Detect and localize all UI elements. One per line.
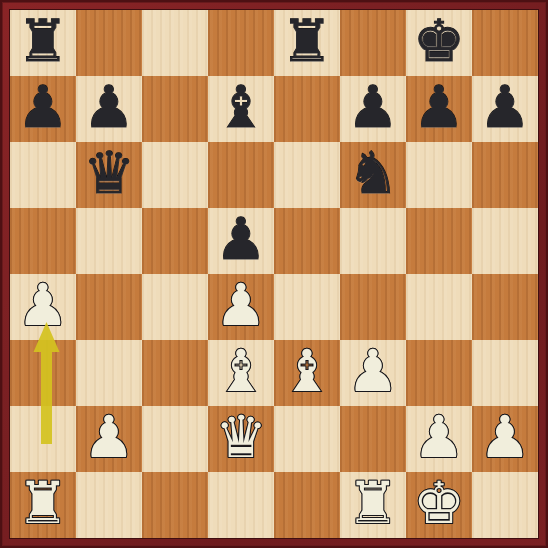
square-b5[interactable] [76,208,142,274]
square-f2[interactable] [340,406,406,472]
square-g5[interactable] [406,208,472,274]
white-king-g1: ♚ [413,474,465,532]
square-d8[interactable] [208,10,274,76]
square-g4[interactable] [406,274,472,340]
white-queen-d2: ♛ [215,408,267,466]
square-h3[interactable] [472,340,538,406]
square-e1[interactable] [274,472,340,538]
square-b8[interactable] [76,10,142,76]
black-king-g8: ♚ [413,12,465,70]
square-d5[interactable]: ♟ [208,208,274,274]
white-bishop-d3: ♝ [215,342,267,400]
square-a5[interactable] [10,208,76,274]
square-a7[interactable]: ♟ [10,76,76,142]
black-pawn-a7: ♟ [17,78,69,136]
square-b3[interactable] [76,340,142,406]
square-h2[interactable]: ♟ [472,406,538,472]
square-e7[interactable] [274,76,340,142]
square-d6[interactable] [208,142,274,208]
square-c4[interactable] [142,274,208,340]
square-e3[interactable]: ♝ [274,340,340,406]
square-e8[interactable]: ♜ [274,10,340,76]
square-a8[interactable]: ♜ [10,10,76,76]
square-g2[interactable]: ♟ [406,406,472,472]
square-h1[interactable] [472,472,538,538]
white-pawn-f3: ♟ [347,342,399,400]
square-h5[interactable] [472,208,538,274]
square-d1[interactable] [208,472,274,538]
white-bishop-e3: ♝ [281,342,333,400]
white-rook-a1: ♜ [17,474,69,532]
square-f8[interactable] [340,10,406,76]
black-bishop-d7: ♝ [215,78,267,136]
square-g1[interactable]: ♚ [406,472,472,538]
square-g3[interactable] [406,340,472,406]
square-g6[interactable] [406,142,472,208]
square-b4[interactable] [76,274,142,340]
square-e6[interactable] [274,142,340,208]
black-rook-e8: ♜ [281,12,333,70]
square-b7[interactable]: ♟ [76,76,142,142]
black-pawn-d5: ♟ [215,210,267,268]
black-pawn-g7: ♟ [413,78,465,136]
chess-board-frame: ♜♜♚♟♟♝♟♟♟♛♞♟♟♟♝♝♟♟♛♟♟♜♜♚ [0,0,548,548]
white-pawn-b2: ♟ [83,408,135,466]
square-a3[interactable] [10,340,76,406]
white-pawn-g2: ♟ [413,408,465,466]
square-f1[interactable]: ♜ [340,472,406,538]
black-knight-f6: ♞ [347,144,399,202]
square-f7[interactable]: ♟ [340,76,406,142]
white-pawn-h2: ♟ [479,408,531,466]
square-h6[interactable] [472,142,538,208]
square-e4[interactable] [274,274,340,340]
black-queen-b6: ♛ [83,144,135,202]
square-h7[interactable]: ♟ [472,76,538,142]
square-a6[interactable] [10,142,76,208]
square-c1[interactable] [142,472,208,538]
square-e5[interactable] [274,208,340,274]
square-a4[interactable]: ♟ [10,274,76,340]
white-pawn-d4: ♟ [215,276,267,334]
square-f5[interactable] [340,208,406,274]
black-pawn-h7: ♟ [479,78,531,136]
chess-board: ♜♜♚♟♟♝♟♟♟♛♞♟♟♟♝♝♟♟♛♟♟♜♜♚ [10,10,538,538]
white-pawn-a4: ♟ [17,276,69,334]
square-f6[interactable]: ♞ [340,142,406,208]
square-c3[interactable] [142,340,208,406]
square-d4[interactable]: ♟ [208,274,274,340]
square-c7[interactable] [142,76,208,142]
square-a1[interactable]: ♜ [10,472,76,538]
black-pawn-b7: ♟ [83,78,135,136]
square-c6[interactable] [142,142,208,208]
square-f3[interactable]: ♟ [340,340,406,406]
square-b6[interactable]: ♛ [76,142,142,208]
square-c5[interactable] [142,208,208,274]
square-b2[interactable]: ♟ [76,406,142,472]
black-pawn-f7: ♟ [347,78,399,136]
square-d3[interactable]: ♝ [208,340,274,406]
square-f4[interactable] [340,274,406,340]
square-a2[interactable] [10,406,76,472]
square-b1[interactable] [76,472,142,538]
black-rook-a8: ♜ [17,12,69,70]
square-g7[interactable]: ♟ [406,76,472,142]
square-d2[interactable]: ♛ [208,406,274,472]
square-c8[interactable] [142,10,208,76]
square-c2[interactable] [142,406,208,472]
square-g8[interactable]: ♚ [406,10,472,76]
square-h4[interactable] [472,274,538,340]
square-e2[interactable] [274,406,340,472]
white-rook-f1: ♜ [347,474,399,532]
square-h8[interactable] [472,10,538,76]
square-d7[interactable]: ♝ [208,76,274,142]
